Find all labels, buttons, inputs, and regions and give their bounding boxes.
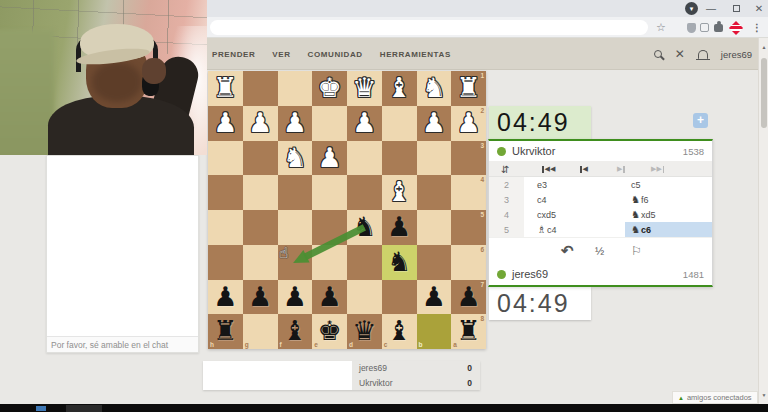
square-c7[interactable] [382,280,417,315]
page-scrollbar[interactable]: ▲ ▼ [758,38,768,404]
square-c1[interactable]: ♝ [382,71,417,106]
rank-label-5: 5 [480,211,484,218]
file-label-a: a [453,341,457,348]
piece-white-P-h2[interactable]: ♟ [213,106,237,141]
square-a3[interactable]: 3 [451,141,486,176]
opponent-row: Ukrviktor 1538 [489,141,712,161]
nav-username[interactable]: jeres69 [721,49,752,60]
file-label-f: f [280,341,282,348]
square-h2[interactable]: ♟ [208,106,243,141]
square-g1[interactable] [243,71,278,106]
move-list: 2e3c53c4♞f64cxd5♞xd55♗c4♞c6 [489,177,712,237]
square-b1[interactable]: ♞ [417,71,452,106]
piece-black-B-c8[interactable]: ♝ [387,314,411,349]
square-b3[interactable] [417,141,452,176]
square-d8[interactable]: ♛d [347,314,382,349]
step-forward-icon[interactable]: ▶ [617,161,626,177]
piece-white-N-f3[interactable]: ♞ [283,141,307,176]
move-number: 4 [489,210,524,220]
square-a5[interactable]: 5 [451,210,486,245]
player-row: jeres69 1481 [489,263,712,285]
minimize-button[interactable]: — [703,1,719,16]
square-h4[interactable] [208,175,243,210]
piece-black-R-h8[interactable]: ♜ [213,314,237,349]
rank-label-8: 8 [480,315,484,322]
square-b5[interactable] [417,210,452,245]
move-row-2: 2e3c5 [489,177,712,192]
maximize-button[interactable] [728,1,744,16]
piece-white-R-a1[interactable]: ♜ [457,71,481,106]
score-value: 0 [467,363,472,373]
score-box-names: jeres69 0 Ukrviktor 0 [352,361,480,390]
online-status-icon [497,147,506,156]
chat-input[interactable] [47,336,198,352]
piece-white-B-c4[interactable]: ♝ [387,175,411,210]
move-row-4: 4cxd5♞xd5 [489,207,712,222]
piece-black-K-e8[interactable]: ♚ [318,314,342,349]
square-d2[interactable]: ♟ [347,106,382,141]
file-label-d: d [349,341,353,348]
rank-label-3: 3 [480,142,484,149]
score-name: Ukrviktor [359,378,393,388]
square-h1[interactable]: ♜ [208,71,243,106]
piece-white-P-g2[interactable]: ♟ [248,106,272,141]
square-b2[interactable]: ♟ [417,106,452,141]
piece-white-P-f2[interactable]: ♟ [283,106,307,141]
hand-cursor-icon: ☝ [279,244,288,262]
move-3-black[interactable]: ♞f6 [625,192,712,207]
square-e6[interactable] [312,245,347,280]
media-controls-icon[interactable]: ▾ [685,2,698,15]
square-a7[interactable]: ♟7 [451,280,486,315]
square-d1[interactable]: ♛ [347,71,382,106]
figurine-icon: ♞ [631,209,640,220]
square-b7[interactable]: ♟ [417,280,452,315]
square-h8[interactable]: ♜h [208,314,243,349]
piece-white-P-b2[interactable]: ♟ [422,106,446,141]
screen: ▾ — ✕ ☆ ⋮ PRENDERVERCOMUNIDADHERRAMIENTA… [0,0,768,412]
scroll-down-icon[interactable]: ▼ [759,392,768,398]
square-c8[interactable]: ♝c [382,314,417,349]
jump-end-icon[interactable]: ▶▶ [651,161,665,177]
opponent-name[interactable]: Ukrviktor [512,145,555,157]
nav-menu: PRENDERVERCOMUNIDADHERRAMIENTAS [212,38,451,70]
player-name[interactable]: jeres69 [512,268,548,280]
square-a4[interactable]: 4 [451,175,486,210]
player-rating: 1481 [683,269,704,280]
square-f8[interactable]: ♝f [278,314,313,349]
hive-logo-icon[interactable] [729,17,743,38]
piece-black-P-e7[interactable]: ♟ [318,280,342,315]
piece-black-R-a8[interactable]: ♜ [457,314,481,349]
score-box: jeres69 0 Ukrviktor 0 [203,361,480,390]
nav-item-herramientas[interactable]: HERRAMIENTAS [380,50,451,59]
square-c6[interactable]: ♞ [382,245,417,280]
draw-offer-icon[interactable]: ½ [595,238,604,264]
score-row: jeres69 0 [352,361,480,376]
move-nav-toolbar: ⇵ ◀◀ ◀ ▶ ▶▶ [489,161,712,177]
square-h6[interactable] [208,245,243,280]
piece-white-N-b1[interactable]: ♞ [422,71,446,106]
move-2-white[interactable]: e3 [524,180,625,190]
scroll-up-icon[interactable]: ▲ [759,44,768,50]
rank-label-2: 2 [480,107,484,114]
file-label-e: e [314,341,318,348]
chess-board[interactable]: ♜♚♛♝♞♜1♟♟♟♟♟♟2♞♟3♝4♞♟5♞6♟♟♟♟♟♟7♜hg♝f♚e♛d… [208,71,486,349]
piece-black-P-b7[interactable]: ♟ [422,280,446,315]
notifications-bell-icon[interactable] [698,50,708,59]
piece-white-Q-d1[interactable]: ♛ [352,71,376,106]
square-d4[interactable] [347,175,382,210]
square-f4[interactable] [278,175,313,210]
square-e1[interactable]: ♚ [312,71,347,106]
square-a2[interactable]: ♟2 [451,106,486,141]
piece-white-K-e1[interactable]: ♚ [318,71,342,106]
file-label-g: g [245,341,249,348]
square-d7[interactable] [347,280,382,315]
move-row-5: 5♗c4♞c6 [489,222,712,237]
piece-black-P-a7[interactable]: ♟ [457,280,481,315]
online-status-icon [497,270,506,279]
rank-label-4: 4 [480,176,484,183]
square-e2[interactable] [312,106,347,141]
square-f7[interactable]: ♟ [278,280,313,315]
figurine-icon: ♞ [631,194,640,205]
square-e7[interactable]: ♟ [312,280,347,315]
score-value: 0 [467,378,472,388]
file-label-c: c [384,341,388,348]
friends-connected-bar[interactable]: ▲ amigos conectados [672,391,758,404]
figurine-icon: ♗ [537,224,546,235]
step-back-icon[interactable]: ◀ [579,161,588,177]
opponent-rating: 1538 [683,146,704,157]
square-d6[interactable] [347,245,382,280]
search-icon[interactable] [654,50,662,58]
move-5-white[interactable]: ♗c4 [524,224,625,235]
square-f3[interactable]: ♞ [278,141,313,176]
square-b4[interactable] [417,175,452,210]
piece-black-P-f7[interactable]: ♟ [283,280,307,315]
screenshot-icon[interactable] [698,17,711,38]
square-d5[interactable]: ♞ [347,210,382,245]
piece-black-N-c6[interactable]: ♞ [387,245,411,280]
rank-label-7: 7 [480,281,484,288]
nav-right-cluster: ✕ jeres69 [654,38,752,70]
square-c4[interactable]: ♝ [382,175,417,210]
square-d3[interactable] [347,141,382,176]
square-e3[interactable]: ♟ [312,141,347,176]
bookmark-star-icon[interactable]: ☆ [653,17,669,38]
piece-black-Q-d8[interactable]: ♛ [352,314,376,349]
expand-up-icon: ▲ [678,395,684,401]
piece-white-R-h1[interactable]: ♜ [213,71,237,106]
square-f5[interactable] [278,210,313,245]
move-number: 2 [489,180,524,190]
add-time-button[interactable]: + [693,113,708,128]
square-g5[interactable] [243,210,278,245]
move-2-black[interactable]: c5 [625,177,712,192]
piece-white-P-e3[interactable]: ♟ [318,141,342,176]
square-f2[interactable]: ♟ [278,106,313,141]
piece-white-P-d2[interactable]: ♟ [352,106,376,141]
square-c2[interactable] [382,106,417,141]
square-f1[interactable] [278,71,313,106]
piece-black-P-g7[interactable]: ♟ [248,280,272,315]
versus-icon[interactable]: ✕ [675,48,685,60]
flip-board-icon[interactable]: ⇵ [501,161,509,177]
opponent-clock: 04:49 [489,106,591,139]
piece-black-P-c5[interactable]: ♟ [387,210,411,245]
move-row-3: 3c4♞f6 [489,192,712,207]
move-4-black[interactable]: ♞xd5 [625,207,712,222]
square-e4[interactable] [312,175,347,210]
game-actions: ↶ ½ ⚐ [489,237,712,263]
square-g4[interactable] [243,175,278,210]
os-taskbar[interactable] [0,404,768,412]
square-g8[interactable]: g [243,314,278,349]
square-h7[interactable]: ♟ [208,280,243,315]
piece-black-P-h7[interactable]: ♟ [213,280,237,315]
nav-item-prender[interactable]: PRENDER [212,50,255,59]
square-g2[interactable]: ♟ [243,106,278,141]
square-h5[interactable] [208,210,243,245]
square-c3[interactable] [382,141,417,176]
square-g7[interactable]: ♟ [243,280,278,315]
nav-item-ver[interactable]: VER [272,50,290,59]
square-h3[interactable] [208,141,243,176]
square-c5[interactable]: ♟ [382,210,417,245]
square-a8[interactable]: ♜8a [451,314,486,349]
undo-arrow-icon[interactable]: ↶ [561,238,574,264]
maximize-icon [733,5,740,12]
scrollbar-thumb[interactable] [761,58,767,128]
score-box-empty [203,361,352,390]
nav-item-comunidad[interactable]: COMUNIDAD [308,50,363,59]
file-label-b: b [419,341,423,348]
square-e8[interactable]: ♚e [312,314,347,349]
player-clock: 04:49 [489,287,591,320]
move-number: 3 [489,195,524,205]
square-b6[interactable] [417,245,452,280]
square-g6[interactable] [243,245,278,280]
taskbar-app-window[interactable] [66,405,102,412]
move-5-black[interactable]: ♞c6 [625,222,712,237]
friends-connected-label: amigos conectados [687,393,752,402]
address-bar[interactable] [210,20,648,35]
score-name: jeres69 [359,363,387,373]
piece-white-P-a2[interactable]: ♟ [457,106,481,141]
figurine-icon: ♞ [631,224,640,235]
resign-flag-icon[interactable]: ⚐ [631,238,642,264]
extensions-icon[interactable] [712,17,725,38]
square-e5[interactable] [312,210,347,245]
piece-black-N-d5[interactable]: ♞ [352,210,376,245]
rank-label-1: 1 [480,72,484,79]
browser-menu-icon[interactable]: ⋮ [751,17,763,38]
jump-start-icon[interactable]: ◀◀ [541,161,555,177]
close-button[interactable]: ✕ [751,1,767,16]
webcam-video [0,0,207,155]
square-a1[interactable]: ♜1 [451,71,486,106]
square-a6[interactable]: 6 [451,245,486,280]
square-g3[interactable] [243,141,278,176]
webcam-overlay [0,0,207,155]
score-row: Ukrviktor 0 [352,376,480,391]
game-panel: Ukrviktor 1538 ⇵ ◀◀ ◀ ▶ ▶▶ 2e3c53c4♞f64c… [488,139,713,287]
taskbar-app-icon[interactable] [36,406,46,411]
move-3-white[interactable]: c4 [524,195,625,205]
piece-black-B-f8[interactable]: ♝ [283,314,307,349]
shield-icon[interactable] [685,17,697,38]
file-label-h: h [210,341,214,348]
rank-label-6: 6 [480,246,484,253]
piece-white-B-c1[interactable]: ♝ [387,71,411,106]
chat-panel [46,155,199,353]
square-b8[interactable]: b [417,314,452,349]
move-number: 5 [489,225,524,235]
move-4-white[interactable]: cxd5 [524,210,625,220]
